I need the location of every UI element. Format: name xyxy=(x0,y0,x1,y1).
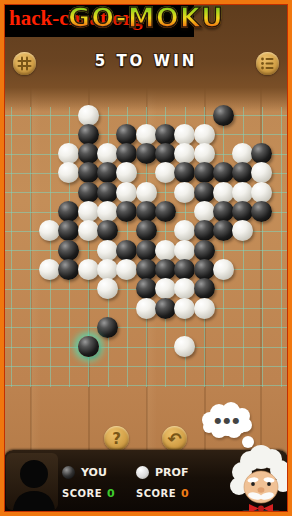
black-stone xyxy=(194,278,215,299)
white-stone xyxy=(174,336,195,357)
black-stone xyxy=(116,240,137,261)
opponent-score-value: 0 xyxy=(181,487,189,500)
black-stone xyxy=(194,162,215,183)
black-stone xyxy=(155,143,176,164)
undo-button[interactable]: ↶ xyxy=(162,426,187,451)
white-stone xyxy=(213,182,234,203)
white-stone xyxy=(116,182,137,203)
grid-line-vertical xyxy=(281,107,282,387)
black-stone xyxy=(116,201,137,222)
white-stone xyxy=(194,124,215,145)
white-stone xyxy=(78,105,99,126)
black-stone xyxy=(78,124,99,145)
black-stone xyxy=(136,143,157,164)
black-stone xyxy=(116,143,137,164)
black-stone xyxy=(136,240,157,261)
white-stone xyxy=(174,182,195,203)
white-stone xyxy=(78,201,99,222)
black-stone xyxy=(213,162,234,183)
white-stone xyxy=(97,259,118,280)
white-stone xyxy=(194,298,215,319)
white-stone xyxy=(116,162,137,183)
white-stone xyxy=(174,220,195,241)
board-size-button[interactable] xyxy=(13,52,36,75)
board-grid-icon xyxy=(17,56,32,71)
black-stone xyxy=(136,259,157,280)
black-stone xyxy=(97,317,118,338)
player-silhouette-icon xyxy=(6,453,58,510)
app-title: GO-MOKU xyxy=(0,2,292,33)
question-icon: ? xyxy=(112,430,121,448)
you-score-value: 0 xyxy=(107,487,115,500)
grid-line-horizontal xyxy=(4,327,288,328)
white-stone xyxy=(58,162,79,183)
black-stone xyxy=(155,298,176,319)
grid-line-horizontal xyxy=(4,385,288,386)
black-stone xyxy=(58,201,79,222)
black-stone xyxy=(58,259,79,280)
white-stone xyxy=(116,259,137,280)
white-stone xyxy=(155,240,176,261)
black-stone xyxy=(97,220,118,241)
grid-line-vertical xyxy=(223,107,224,387)
white-stone xyxy=(194,143,215,164)
black-stone xyxy=(251,201,272,222)
white-stone-icon xyxy=(136,466,149,479)
white-stone xyxy=(155,162,176,183)
white-stone xyxy=(58,143,79,164)
opponent-score-label: SCORE xyxy=(136,488,176,499)
black-stone xyxy=(58,240,79,261)
black-stone xyxy=(213,201,234,222)
black-stone xyxy=(155,124,176,145)
black-stone xyxy=(194,182,215,203)
grid-line-vertical xyxy=(50,107,51,387)
white-stone xyxy=(174,278,195,299)
grid-line-vertical xyxy=(11,107,12,387)
black-stone xyxy=(136,201,157,222)
black-stone-last-move xyxy=(78,336,99,357)
white-stone xyxy=(174,124,195,145)
black-stone xyxy=(116,124,137,145)
white-stone xyxy=(232,220,253,241)
black-stone xyxy=(232,201,253,222)
black-stone xyxy=(78,143,99,164)
black-stone xyxy=(232,162,253,183)
player-avatar xyxy=(6,453,58,510)
black-stone xyxy=(194,259,215,280)
black-stone xyxy=(213,105,234,126)
white-stone xyxy=(251,162,272,183)
grid-line-horizontal xyxy=(4,115,288,116)
black-stone xyxy=(194,220,215,241)
undo-arrow-icon: ↶ xyxy=(167,429,181,449)
you-score-label: SCORE xyxy=(62,488,102,499)
black-stone xyxy=(155,259,176,280)
black-stone xyxy=(78,182,99,203)
white-stone xyxy=(97,240,118,261)
menu-icon xyxy=(260,56,275,71)
help-button[interactable]: ? xyxy=(104,426,129,451)
white-stone xyxy=(39,259,60,280)
white-stone xyxy=(78,259,99,280)
black-stone xyxy=(136,220,157,241)
black-stone xyxy=(213,220,234,241)
black-stone xyxy=(174,259,195,280)
black-stone-icon xyxy=(62,466,75,479)
white-stone xyxy=(174,143,195,164)
win-condition-label: 5 TO WIN xyxy=(0,52,292,70)
white-stone xyxy=(174,298,195,319)
white-stone xyxy=(136,298,157,319)
opponent-label: PROF xyxy=(155,466,188,479)
black-stone xyxy=(136,278,157,299)
white-stone xyxy=(39,220,60,241)
white-stone xyxy=(136,124,157,145)
gomoku-app: hack-cheat.org GO-MOKU 5 TO WIN ? ↶ xyxy=(0,0,292,516)
white-stone xyxy=(232,143,253,164)
black-stone xyxy=(194,240,215,261)
black-stone xyxy=(97,182,118,203)
white-stone xyxy=(97,143,118,164)
white-stone xyxy=(251,182,272,203)
grid-line-horizontal xyxy=(4,366,288,367)
black-stone xyxy=(78,162,99,183)
white-stone xyxy=(78,220,99,241)
black-stone xyxy=(174,162,195,183)
white-stone xyxy=(136,182,157,203)
white-stone xyxy=(232,182,253,203)
menu-button[interactable] xyxy=(256,52,279,75)
white-stone xyxy=(194,201,215,222)
grid-line-vertical xyxy=(30,107,31,387)
black-stone xyxy=(155,201,176,222)
white-stone xyxy=(174,240,195,261)
white-stone xyxy=(213,259,234,280)
white-stone xyxy=(155,278,176,299)
professor-portrait xyxy=(230,444,292,516)
you-label: YOU xyxy=(81,466,107,479)
grid-line-horizontal xyxy=(4,347,288,348)
white-stone xyxy=(97,201,118,222)
white-stone xyxy=(97,278,118,299)
black-stone xyxy=(58,220,79,241)
black-stone xyxy=(97,162,118,183)
black-stone xyxy=(251,143,272,164)
thinking-dots: ●●● xyxy=(204,416,252,425)
